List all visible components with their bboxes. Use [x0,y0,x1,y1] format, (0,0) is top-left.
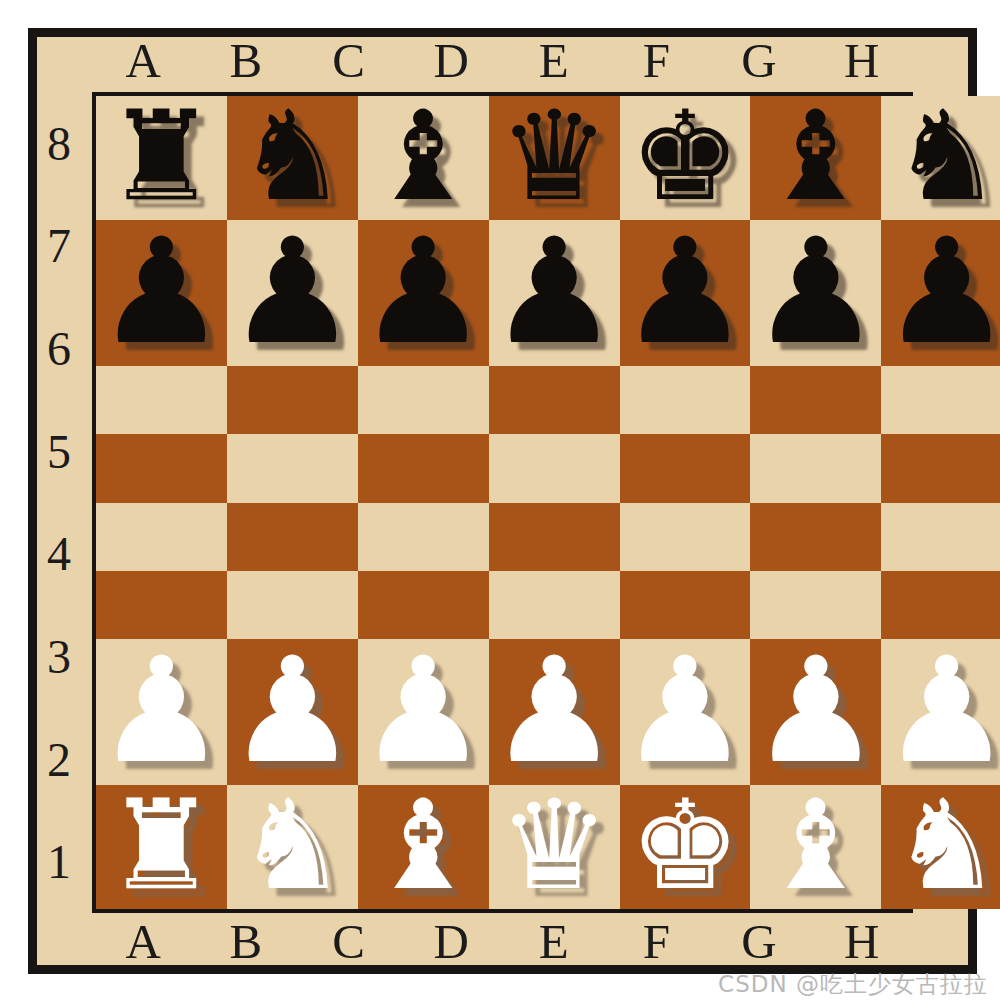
square-d4[interactable] [489,503,620,571]
white-king: ♚ [629,783,740,907]
file-label-bottom-c: C [297,913,400,970]
white-bishop: ♝ [760,783,871,907]
square-f7[interactable]: ♟ [750,220,881,366]
square-b6[interactable] [227,366,358,434]
white-pawn: ♟ [620,637,751,783]
square-b1[interactable]: ♞ [227,785,358,909]
rank-labels-left: 87654321 [30,92,88,913]
square-f6[interactable] [750,366,881,434]
file-label-top-d: D [400,30,503,90]
file-label-bottom-f: F [605,913,708,970]
chess-board: ♜♞♝♛♚♝♞♜♟♟♟♟♟♟♟♟♟♟♟♟♟♟♟♟♜♞♝♛♚♝♞♜ [92,92,913,913]
square-a1[interactable]: ♜ [96,785,227,909]
square-d7[interactable]: ♟ [489,220,620,366]
rank-label-left-6: 6 [30,297,88,400]
file-label-bottom-b: B [195,913,298,970]
black-king: ♚ [629,94,740,218]
square-c1[interactable]: ♝ [358,785,489,909]
white-pawn: ♟ [489,637,620,783]
square-g7[interactable]: ♟ [881,220,1000,366]
black-bishop: ♝ [760,94,871,218]
white-pawn: ♟ [881,637,1000,783]
file-label-bottom-a: A [92,913,195,970]
square-b5[interactable] [227,434,358,502]
file-label-top-f: F [605,30,708,90]
rank-label-left-3: 3 [30,605,88,708]
rank-label-left-5: 5 [30,400,88,503]
square-a8[interactable]: ♜ [96,96,227,220]
black-pawn: ♟ [358,218,489,364]
square-g4[interactable] [881,503,1000,571]
square-f2[interactable]: ♟ [750,639,881,785]
chess-diagram: ABCDEFGH ABCDEFGH 87654321 87654321 ♜♞♝♛… [0,0,1000,1000]
square-d1[interactable]: ♛ [489,785,620,909]
square-a6[interactable] [96,366,227,434]
black-knight: ♞ [891,94,1000,218]
file-label-top-h: H [810,30,913,90]
square-a4[interactable] [96,503,227,571]
file-label-top-b: B [195,30,298,90]
square-b7[interactable]: ♟ [227,220,358,366]
file-label-bottom-d: D [400,913,503,970]
square-e4[interactable] [620,503,751,571]
square-g8[interactable]: ♞ [881,96,1000,220]
white-rook: ♜ [106,783,217,907]
square-e5[interactable] [620,434,751,502]
square-g6[interactable] [881,366,1000,434]
white-bishop: ♝ [368,783,479,907]
rank-label-left-8: 8 [30,92,88,195]
square-c8[interactable]: ♝ [358,96,489,220]
square-g1[interactable]: ♞ [881,785,1000,909]
square-b8[interactable]: ♞ [227,96,358,220]
square-e2[interactable]: ♟ [620,639,751,785]
white-knight: ♞ [891,783,1000,907]
square-c4[interactable] [358,503,489,571]
white-pawn: ♟ [358,637,489,783]
white-queen: ♛ [499,783,610,907]
rank-label-left-2: 2 [30,708,88,811]
black-pawn: ♟ [489,218,620,364]
white-knight: ♞ [237,783,348,907]
white-pawn: ♟ [750,637,881,783]
black-bishop: ♝ [368,94,479,218]
square-g2[interactable]: ♟ [881,639,1000,785]
watermark: CSDN @吃土少女古拉拉 [718,969,988,1000]
square-a5[interactable] [96,434,227,502]
file-label-top-g: G [708,30,811,90]
square-f8[interactable]: ♝ [750,96,881,220]
white-pawn: ♟ [227,637,358,783]
square-f5[interactable] [750,434,881,502]
square-d8[interactable]: ♛ [489,96,620,220]
black-pawn: ♟ [620,218,751,364]
file-label-top-a: A [92,30,195,90]
square-e8[interactable]: ♚ [620,96,751,220]
black-pawn: ♟ [227,218,358,364]
rank-label-left-1: 1 [30,810,88,913]
black-pawn: ♟ [750,218,881,364]
square-d2[interactable]: ♟ [489,639,620,785]
square-c6[interactable] [358,366,489,434]
square-f1[interactable]: ♝ [750,785,881,909]
square-g5[interactable] [881,434,1000,502]
file-label-bottom-e: E [503,913,606,970]
black-pawn: ♟ [96,218,227,364]
file-label-bottom-h: H [810,913,913,970]
square-c5[interactable] [358,434,489,502]
square-f4[interactable] [750,503,881,571]
white-pawn: ♟ [96,637,227,783]
square-e6[interactable] [620,366,751,434]
square-b2[interactable]: ♟ [227,639,358,785]
square-e1[interactable]: ♚ [620,785,751,909]
black-rook: ♜ [106,94,217,218]
rank-label-left-4: 4 [30,503,88,606]
square-b4[interactable] [227,503,358,571]
square-e7[interactable]: ♟ [620,220,751,366]
file-labels-bottom: ABCDEFGH [92,913,913,967]
square-d6[interactable] [489,366,620,434]
file-label-top-e: E [503,30,606,90]
square-a7[interactable]: ♟ [96,220,227,366]
square-c2[interactable]: ♟ [358,639,489,785]
file-label-top-c: C [297,30,400,90]
black-knight: ♞ [237,94,348,218]
rank-label-left-7: 7 [30,195,88,298]
black-queen: ♛ [499,94,610,218]
square-c7[interactable]: ♟ [358,220,489,366]
file-label-bottom-g: G [708,913,811,970]
file-labels-top: ABCDEFGH [92,30,913,90]
square-d5[interactable] [489,434,620,502]
square-a2[interactable]: ♟ [96,639,227,785]
black-pawn: ♟ [881,218,1000,364]
